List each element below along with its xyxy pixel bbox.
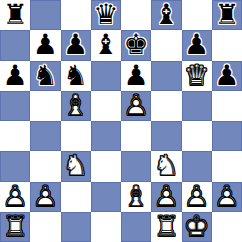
piece-black-knight-c6[interactable]: ♞♞: [61, 61, 91, 91]
square-c2[interactable]: [61, 182, 91, 212]
white-queen-outline-icon: ♕: [182, 61, 212, 91]
square-a2[interactable]: ♟♙: [0, 182, 30, 212]
black-bishop-outline-icon: ♝: [91, 30, 121, 60]
piece-black-pawn-e6[interactable]: ♟♟: [121, 61, 151, 91]
black-knight-outline-icon: ♞: [61, 61, 91, 91]
square-b5[interactable]: [30, 91, 60, 121]
square-e7[interactable]: ♚♚: [121, 30, 151, 60]
white-knight-outline-icon: ♘: [151, 151, 181, 181]
square-h1[interactable]: [212, 212, 242, 242]
square-c4[interactable]: [61, 121, 91, 151]
piece-white-rook-f1[interactable]: ♜♖: [151, 212, 181, 242]
square-a7[interactable]: [0, 30, 30, 60]
black-pawn-outline-icon: ♟: [182, 30, 212, 60]
white-bishop-outline-icon: ♗: [121, 182, 151, 212]
white-rook-outline-icon: ♖: [151, 212, 181, 242]
square-d4[interactable]: [91, 121, 121, 151]
square-e1[interactable]: [121, 212, 151, 242]
square-c6[interactable]: ♞♞: [61, 61, 91, 91]
piece-white-bishop-e2[interactable]: ♝♗: [121, 182, 151, 212]
black-pawn-outline-icon: ♟: [61, 30, 91, 60]
square-d8[interactable]: ♛♛: [91, 0, 121, 30]
square-f2[interactable]: ♟♙: [151, 182, 181, 212]
piece-white-pawn-e5[interactable]: ♟♙: [121, 91, 151, 121]
square-f4[interactable]: [151, 121, 181, 151]
square-e8[interactable]: [121, 0, 151, 30]
square-a3[interactable]: [0, 151, 30, 181]
piece-black-pawn-b7[interactable]: ♟♟: [30, 30, 60, 60]
square-g6[interactable]: ♛♕: [182, 61, 212, 91]
white-rook-outline-icon: ♖: [0, 212, 30, 242]
piece-white-knight-c3[interactable]: ♞♘: [61, 151, 91, 181]
square-f3[interactable]: ♞♘: [151, 151, 181, 181]
chess-board: ♜♜♛♛♝♝♜♜♟♟♟♟♝♝♚♚♟♟♟♟♞♞♞♞♟♟♛♕♟♟♝♗♟♙♞♘♞♘♟♙…: [0, 0, 242, 242]
square-d2[interactable]: [91, 182, 121, 212]
square-f5[interactable]: [151, 91, 181, 121]
square-h5[interactable]: [212, 91, 242, 121]
piece-black-bishop-f8[interactable]: ♝♝: [151, 0, 181, 30]
square-b7[interactable]: ♟♟: [30, 30, 60, 60]
square-a5[interactable]: [0, 91, 30, 121]
square-e6[interactable]: ♟♟: [121, 61, 151, 91]
white-pawn-outline-icon: ♙: [0, 182, 30, 212]
black-knight-outline-icon: ♞: [30, 61, 60, 91]
piece-white-pawn-b2[interactable]: ♟♙: [30, 182, 60, 212]
square-g4[interactable]: [182, 121, 212, 151]
square-a8[interactable]: ♜♜: [0, 0, 30, 30]
white-knight-outline-icon: ♘: [61, 151, 91, 181]
square-f1[interactable]: ♜♖: [151, 212, 181, 242]
square-g8[interactable]: [182, 0, 212, 30]
square-g5[interactable]: [182, 91, 212, 121]
white-pawn-outline-icon: ♙: [30, 182, 60, 212]
black-bishop-outline-icon: ♝: [151, 0, 181, 30]
square-b6[interactable]: ♞♞: [30, 61, 60, 91]
square-b8[interactable]: [30, 0, 60, 30]
black-pawn-outline-icon: ♟: [121, 61, 151, 91]
square-h4[interactable]: [212, 121, 242, 151]
piece-white-queen-g6[interactable]: ♛♕: [182, 61, 212, 91]
piece-white-pawn-f2[interactable]: ♟♙: [151, 182, 181, 212]
square-f6[interactable]: [151, 61, 181, 91]
black-pawn-outline-icon: ♟: [212, 61, 242, 91]
square-d3[interactable]: [91, 151, 121, 181]
square-f8[interactable]: ♝♝: [151, 0, 181, 30]
square-a1[interactable]: ♜♖: [0, 212, 30, 242]
piece-white-pawn-h2[interactable]: ♟♙: [212, 182, 242, 212]
black-queen-outline-icon: ♛: [91, 0, 121, 30]
square-c5[interactable]: ♝♗: [61, 91, 91, 121]
piece-black-pawn-h6[interactable]: ♟♟: [212, 61, 242, 91]
square-b2[interactable]: ♟♙: [30, 182, 60, 212]
square-g2[interactable]: ♟♙: [182, 182, 212, 212]
square-a6[interactable]: ♟♟: [0, 61, 30, 91]
square-c7[interactable]: ♟♟: [61, 30, 91, 60]
square-f7[interactable]: [151, 30, 181, 60]
square-c8[interactable]: [61, 0, 91, 30]
square-d7[interactable]: ♝♝: [91, 30, 121, 60]
piece-black-king-e7[interactable]: ♚♚: [121, 30, 151, 60]
square-b1[interactable]: [30, 212, 60, 242]
square-d1[interactable]: [91, 212, 121, 242]
piece-black-rook-a8[interactable]: ♜♜: [0, 0, 30, 30]
piece-black-rook-h8[interactable]: ♜♜: [212, 0, 242, 30]
square-c3[interactable]: ♞♘: [61, 151, 91, 181]
square-e2[interactable]: ♝♗: [121, 182, 151, 212]
piece-white-bishop-c5[interactable]: ♝♗: [61, 91, 91, 121]
piece-white-knight-f3[interactable]: ♞♘: [151, 151, 181, 181]
white-bishop-outline-icon: ♗: [61, 91, 91, 121]
white-pawn-outline-icon: ♙: [151, 182, 181, 212]
piece-white-rook-a1[interactable]: ♜♖: [0, 212, 30, 242]
piece-white-king-g1[interactable]: ♚♔: [182, 212, 212, 242]
square-e5[interactable]: ♟♙: [121, 91, 151, 121]
piece-white-pawn-g2[interactable]: ♟♙: [182, 182, 212, 212]
square-a4[interactable]: [0, 121, 30, 151]
black-rook-outline-icon: ♜: [0, 0, 30, 30]
square-g1[interactable]: ♚♔: [182, 212, 212, 242]
square-e3[interactable]: [121, 151, 151, 181]
black-king-outline-icon: ♚: [121, 30, 151, 60]
piece-black-knight-b6[interactable]: ♞♞: [30, 61, 60, 91]
piece-black-pawn-a6[interactable]: ♟♟: [0, 61, 30, 91]
piece-black-queen-d8[interactable]: ♛♛: [91, 0, 121, 30]
black-pawn-outline-icon: ♟: [30, 30, 60, 60]
piece-black-bishop-d7[interactable]: ♝♝: [91, 30, 121, 60]
piece-black-pawn-g7[interactable]: ♟♟: [182, 30, 212, 60]
square-d6[interactable]: [91, 61, 121, 91]
white-king-outline-icon: ♔: [182, 212, 212, 242]
square-h3[interactable]: [212, 151, 242, 181]
square-e4[interactable]: [121, 121, 151, 151]
square-g3[interactable]: [182, 151, 212, 181]
white-pawn-outline-icon: ♙: [212, 182, 242, 212]
piece-white-pawn-a2[interactable]: ♟♙: [0, 182, 30, 212]
square-c1[interactable]: [61, 212, 91, 242]
white-pawn-outline-icon: ♙: [182, 182, 212, 212]
square-g7[interactable]: ♟♟: [182, 30, 212, 60]
square-b3[interactable]: [30, 151, 60, 181]
white-pawn-outline-icon: ♙: [121, 91, 151, 121]
black-pawn-outline-icon: ♟: [0, 61, 30, 91]
square-h6[interactable]: ♟♟: [212, 61, 242, 91]
square-h2[interactable]: ♟♙: [212, 182, 242, 212]
square-h7[interactable]: [212, 30, 242, 60]
square-b4[interactable]: [30, 121, 60, 151]
piece-black-pawn-c7[interactable]: ♟♟: [61, 30, 91, 60]
square-h8[interactable]: ♜♜: [212, 0, 242, 30]
square-d5[interactable]: [91, 91, 121, 121]
black-rook-outline-icon: ♜: [212, 0, 242, 30]
